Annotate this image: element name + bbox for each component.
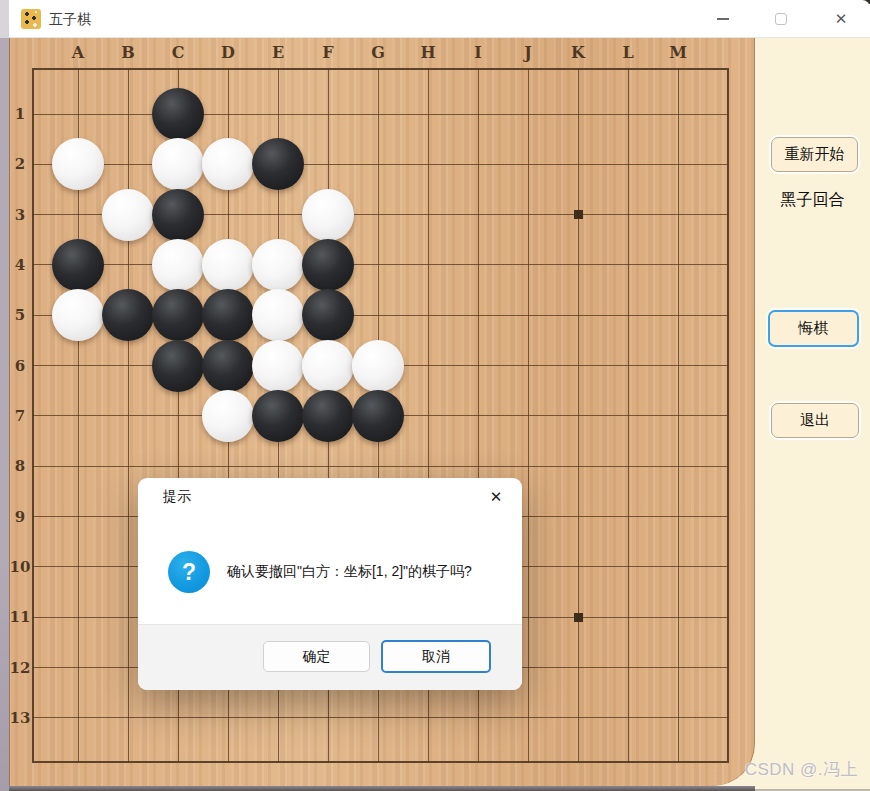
row-label: 13 — [9, 708, 31, 728]
stone-black — [202, 289, 254, 341]
stone-white — [352, 340, 404, 392]
board-grid-line — [32, 466, 729, 467]
dialog-title: 提示 — [163, 488, 191, 506]
stone-black — [302, 239, 354, 291]
row-label: 7 — [9, 406, 31, 426]
background-window-edge — [0, 0, 9, 791]
stone-black — [302, 289, 354, 341]
confirm-dialog: 提示 ✕ ? 确认要撤回"白方：坐标[1, 2]"的棋子吗? 确定 取消 — [138, 478, 522, 690]
stone-white — [202, 138, 254, 190]
row-label: 6 — [9, 356, 31, 376]
column-label: L — [615, 42, 641, 64]
background-taskbar-edge — [9, 786, 755, 791]
undo-button[interactable]: 悔棋 — [768, 310, 859, 347]
star-point — [574, 613, 583, 622]
dialog-message: 确认要撤回"白方：坐标[1, 2]"的棋子吗? — [227, 563, 472, 581]
turn-indicator: 黑子回合 — [755, 190, 870, 212]
stone-white — [252, 239, 304, 291]
stone-black — [152, 189, 204, 241]
stone-black — [102, 289, 154, 341]
stone-white — [252, 289, 304, 341]
stone-white — [252, 340, 304, 392]
board-grid-line — [32, 717, 729, 718]
column-label: F — [315, 42, 341, 64]
row-label: 4 — [9, 255, 31, 275]
stone-white — [152, 138, 204, 190]
row-label: 10 — [9, 557, 31, 577]
ok-button[interactable]: 确定 — [263, 641, 370, 672]
stone-white — [152, 239, 204, 291]
column-label: D — [215, 42, 241, 64]
title-bar: 五子棋 ✕ — [9, 0, 870, 38]
column-label: C — [165, 42, 191, 64]
cancel-button[interactable]: 取消 — [381, 640, 491, 673]
column-label: A — [65, 42, 91, 64]
minimize-button[interactable] — [707, 0, 739, 38]
row-label: 5 — [9, 305, 31, 325]
stone-white — [52, 289, 104, 341]
question-icon: ? — [168, 551, 210, 593]
dialog-footer: 确定 取消 — [138, 624, 522, 690]
stone-white — [102, 189, 154, 241]
stone-white — [52, 138, 104, 190]
row-label: 3 — [9, 205, 31, 225]
row-label: 12 — [9, 658, 31, 678]
stone-black — [202, 340, 254, 392]
stone-white — [202, 239, 254, 291]
stone-black — [52, 239, 104, 291]
restart-button[interactable]: 重新开始 — [771, 137, 858, 172]
column-label: I — [465, 42, 491, 64]
maximize-icon — [775, 13, 787, 25]
stone-black — [352, 390, 404, 442]
board-grid-line — [32, 264, 729, 265]
row-label: 1 — [9, 104, 31, 124]
stone-black — [252, 138, 304, 190]
column-label: E — [265, 42, 291, 64]
row-label: 2 — [9, 154, 31, 174]
maximize-button[interactable] — [765, 0, 797, 38]
stone-black — [152, 88, 204, 140]
watermark: CSDN @.冯上 — [745, 758, 858, 781]
stone-black — [302, 390, 354, 442]
exit-button[interactable]: 退出 — [771, 403, 859, 438]
app-icon — [21, 9, 41, 29]
row-label: 9 — [9, 507, 31, 527]
window-title: 五子棋 — [49, 0, 91, 38]
column-label: J — [515, 42, 541, 64]
board-grid-line — [32, 114, 729, 115]
stone-white — [302, 189, 354, 241]
row-label: 11 — [9, 607, 31, 627]
column-label: B — [115, 42, 141, 64]
board-grid-line — [32, 164, 729, 165]
column-label: G — [365, 42, 391, 64]
close-button[interactable]: ✕ — [825, 0, 857, 38]
star-point — [574, 210, 583, 219]
column-label: H — [415, 42, 441, 64]
dialog-body: ? 确认要撤回"白方：坐标[1, 2]"的棋子吗? — [168, 550, 506, 594]
row-label: 8 — [9, 456, 31, 476]
column-label: M — [665, 42, 691, 64]
minimize-icon — [717, 18, 729, 20]
stone-black — [152, 289, 204, 341]
dialog-close-icon[interactable]: ✕ — [485, 486, 507, 508]
stone-white — [302, 340, 354, 392]
column-label: K — [565, 42, 591, 64]
stone-white — [202, 390, 254, 442]
stone-black — [152, 340, 204, 392]
stone-black — [252, 390, 304, 442]
